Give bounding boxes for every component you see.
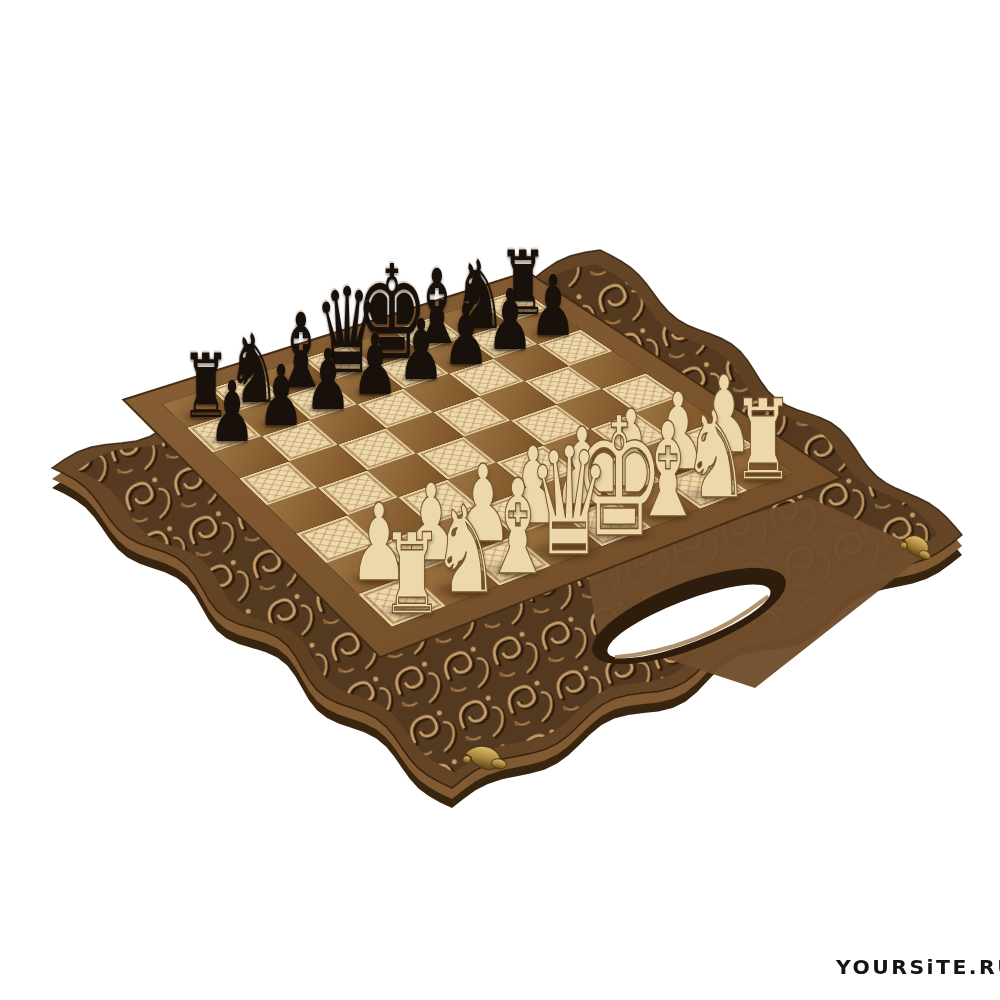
- product-photo-scene: ♜♞♝♛♚♝♞♜♟♟♟♟♟♟♟♟♟♟♟♟♟♟♟♟♜♞♝♛♚♝♞♜ YOURSiT…: [0, 0, 1000, 1000]
- watermark-text: YOURSiTE.RU: [836, 956, 1000, 979]
